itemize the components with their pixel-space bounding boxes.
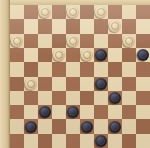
square-r4c4[interactable] <box>66 62 80 76</box>
square-r8c7[interactable] <box>108 119 122 133</box>
light-piece[interactable] <box>53 49 65 61</box>
square-r2c8[interactable] <box>122 34 136 48</box>
square-r1c1[interactable] <box>24 19 38 33</box>
square-r0c5[interactable] <box>80 5 94 19</box>
square-r2c4[interactable] <box>66 34 80 48</box>
dark-piece[interactable] <box>137 49 149 61</box>
square-r9c9[interactable] <box>136 134 150 148</box>
light-piece[interactable] <box>11 35 23 47</box>
square-r6c6[interactable] <box>94 91 108 105</box>
square-r7c6[interactable] <box>94 105 108 119</box>
square-r9c1[interactable] <box>24 134 38 148</box>
square-r6c7[interactable] <box>108 91 122 105</box>
square-r1c6[interactable] <box>94 19 108 33</box>
dark-piece[interactable] <box>95 78 107 90</box>
square-r4c2[interactable] <box>38 62 52 76</box>
square-r7c4[interactable] <box>66 105 80 119</box>
square-r7c7[interactable] <box>108 105 122 119</box>
square-r6c0[interactable] <box>10 91 24 105</box>
square-r8c2[interactable] <box>38 119 52 133</box>
square-r5c6[interactable] <box>94 77 108 91</box>
square-r6c4[interactable] <box>66 91 80 105</box>
square-r7c0[interactable] <box>10 105 24 119</box>
draughts-board <box>10 5 150 148</box>
square-r9c7[interactable] <box>108 134 122 148</box>
square-r3c1[interactable] <box>24 48 38 62</box>
square-r4c7[interactable] <box>108 62 122 76</box>
square-r6c8[interactable] <box>122 91 136 105</box>
square-r4c6[interactable] <box>94 62 108 76</box>
square-r1c0[interactable] <box>10 19 24 33</box>
square-r2c5[interactable] <box>80 34 94 48</box>
square-r4c5[interactable] <box>80 62 94 76</box>
square-r3c6[interactable] <box>94 48 108 62</box>
square-r0c1[interactable] <box>24 5 38 19</box>
square-r8c1[interactable] <box>24 119 38 133</box>
dark-piece[interactable] <box>67 106 79 118</box>
square-r2c3[interactable] <box>52 34 66 48</box>
square-r7c5[interactable] <box>80 105 94 119</box>
square-r1c7[interactable] <box>108 19 122 33</box>
square-r1c9[interactable] <box>136 19 150 33</box>
square-r3c8[interactable] <box>122 48 136 62</box>
square-r8c3[interactable] <box>52 119 66 133</box>
light-piece[interactable] <box>95 6 107 18</box>
square-r8c0[interactable] <box>10 119 24 133</box>
square-r1c3[interactable] <box>52 19 66 33</box>
light-piece[interactable] <box>81 49 93 61</box>
square-r5c9[interactable] <box>136 77 150 91</box>
square-r4c8[interactable] <box>122 62 136 76</box>
square-r3c2[interactable] <box>38 48 52 62</box>
dark-piece[interactable] <box>25 121 37 133</box>
square-r2c9[interactable] <box>136 34 150 48</box>
dark-piece[interactable] <box>81 121 93 133</box>
square-r8c4[interactable] <box>66 119 80 133</box>
light-piece[interactable] <box>25 78 37 90</box>
checkers-photo <box>0 0 150 148</box>
square-r5c7[interactable] <box>108 77 122 91</box>
square-r8c8[interactable] <box>122 119 136 133</box>
square-r9c8[interactable] <box>122 134 136 148</box>
square-r6c2[interactable] <box>38 91 52 105</box>
square-r6c1[interactable] <box>24 91 38 105</box>
square-r3c4[interactable] <box>66 48 80 62</box>
square-r5c0[interactable] <box>10 77 24 91</box>
square-r9c5[interactable] <box>80 134 94 148</box>
light-piece[interactable] <box>39 6 51 18</box>
square-r9c0[interactable] <box>10 134 24 148</box>
square-r0c4[interactable] <box>66 5 80 19</box>
square-r7c8[interactable] <box>122 105 136 119</box>
square-r0c7[interactable] <box>108 5 122 19</box>
square-r8c6[interactable] <box>94 119 108 133</box>
square-r3c3[interactable] <box>52 48 66 62</box>
square-r4c1[interactable] <box>24 62 38 76</box>
square-r1c2[interactable] <box>38 19 52 33</box>
square-r3c5[interactable] <box>80 48 94 62</box>
square-r1c4[interactable] <box>66 19 80 33</box>
square-r9c3[interactable] <box>52 134 66 148</box>
square-r1c8[interactable] <box>122 19 136 33</box>
square-r9c6[interactable] <box>94 134 108 148</box>
square-r6c3[interactable] <box>52 91 66 105</box>
square-r2c1[interactable] <box>24 34 38 48</box>
square-r5c1[interactable] <box>24 77 38 91</box>
square-r0c3[interactable] <box>52 5 66 19</box>
square-r5c2[interactable] <box>38 77 52 91</box>
square-r7c2[interactable] <box>38 105 52 119</box>
square-r9c2[interactable] <box>38 134 52 148</box>
square-r8c9[interactable] <box>136 119 150 133</box>
square-r0c9[interactable] <box>136 5 150 19</box>
square-r8c5[interactable] <box>80 119 94 133</box>
square-r7c9[interactable] <box>136 105 150 119</box>
square-r7c1[interactable] <box>24 105 38 119</box>
square-r1c5[interactable] <box>80 19 94 33</box>
board-frame-left <box>0 0 10 148</box>
square-r6c5[interactable] <box>80 91 94 105</box>
square-r2c0[interactable] <box>10 34 24 48</box>
square-r3c0[interactable] <box>10 48 24 62</box>
square-r3c9[interactable] <box>136 48 150 62</box>
square-r4c0[interactable] <box>10 62 24 76</box>
dark-piece[interactable] <box>109 92 121 104</box>
square-r0c0[interactable] <box>10 5 24 19</box>
square-r2c2[interactable] <box>38 34 52 48</box>
square-r6c9[interactable] <box>136 91 150 105</box>
square-r5c3[interactable] <box>52 77 66 91</box>
square-r5c8[interactable] <box>122 77 136 91</box>
square-r5c5[interactable] <box>80 77 94 91</box>
square-r4c3[interactable] <box>52 62 66 76</box>
square-r7c3[interactable] <box>52 105 66 119</box>
square-r0c6[interactable] <box>94 5 108 19</box>
square-r5c4[interactable] <box>66 77 80 91</box>
square-r3c7[interactable] <box>108 48 122 62</box>
dark-piece[interactable] <box>95 135 107 147</box>
light-piece[interactable] <box>123 35 135 47</box>
square-r2c6[interactable] <box>94 34 108 48</box>
dark-piece[interactable] <box>95 49 107 61</box>
dark-piece[interactable] <box>109 121 121 133</box>
square-r2c7[interactable] <box>108 34 122 48</box>
light-piece[interactable] <box>67 6 79 18</box>
square-r0c2[interactable] <box>38 5 52 19</box>
dark-piece[interactable] <box>39 106 51 118</box>
light-piece[interactable] <box>109 20 121 32</box>
square-r4c9[interactable] <box>136 62 150 76</box>
square-r9c4[interactable] <box>66 134 80 148</box>
light-piece[interactable] <box>67 35 79 47</box>
square-r0c8[interactable] <box>122 5 136 19</box>
